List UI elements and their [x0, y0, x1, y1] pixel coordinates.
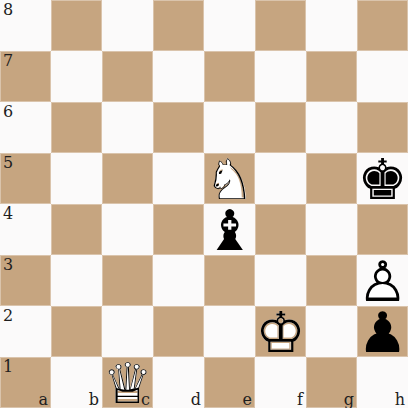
rank-label-7: 7 — [3, 51, 13, 70]
file-label-b: b — [89, 390, 99, 408]
square-e8[interactable] — [204, 0, 255, 51]
square-a5[interactable]: 5 — [0, 153, 51, 204]
square-a2[interactable]: 2 — [0, 306, 51, 357]
square-d4[interactable] — [153, 204, 204, 255]
square-g8[interactable] — [306, 0, 357, 51]
square-a8[interactable]: 8 — [0, 0, 51, 51]
square-h1[interactable]: h — [357, 357, 408, 408]
black-bishop[interactable]: ♝ — [204, 204, 255, 255]
piece-glyph: ♝ — [204, 205, 255, 256]
square-g4[interactable] — [306, 204, 357, 255]
square-g1[interactable]: g — [306, 357, 357, 408]
square-h5[interactable]: ♚ — [357, 153, 408, 204]
square-b5[interactable] — [51, 153, 102, 204]
file-label-a: a — [38, 390, 48, 408]
square-e3[interactable] — [204, 255, 255, 306]
square-h3[interactable]: ♟♙ — [357, 255, 408, 306]
file-label-e: e — [243, 390, 252, 408]
white-king[interactable]: ♚♔ — [255, 306, 306, 357]
square-g5[interactable] — [306, 153, 357, 204]
piece-glyph: ♟ — [357, 307, 408, 358]
square-f6[interactable] — [255, 102, 306, 153]
square-g7[interactable] — [306, 51, 357, 102]
square-h6[interactable] — [357, 102, 408, 153]
square-b8[interactable] — [51, 0, 102, 51]
piece-glyph: ♚ — [357, 154, 408, 205]
square-b1[interactable]: b — [51, 357, 102, 408]
square-b4[interactable] — [51, 204, 102, 255]
rank-label-3: 3 — [3, 255, 13, 274]
square-d1[interactable]: d — [153, 357, 204, 408]
black-king[interactable]: ♚ — [357, 153, 408, 204]
square-c6[interactable] — [102, 102, 153, 153]
square-g2[interactable] — [306, 306, 357, 357]
chess-board: 8765♞♘♚4♝3♟♙2♚♔♟1abc♛♕defgh — [0, 0, 408, 408]
square-b3[interactable] — [51, 255, 102, 306]
square-f3[interactable] — [255, 255, 306, 306]
rank-label-5: 5 — [3, 153, 13, 172]
square-d2[interactable] — [153, 306, 204, 357]
square-e7[interactable] — [204, 51, 255, 102]
square-c5[interactable] — [102, 153, 153, 204]
white-queen[interactable]: ♛♕ — [102, 357, 153, 408]
piece-outline-glyph: ♔ — [255, 307, 306, 358]
square-f4[interactable] — [255, 204, 306, 255]
file-label-h: h — [395, 390, 405, 408]
square-g3[interactable] — [306, 255, 357, 306]
square-e6[interactable] — [204, 102, 255, 153]
square-f2[interactable]: ♚♔ — [255, 306, 306, 357]
square-c7[interactable] — [102, 51, 153, 102]
piece-outline-glyph: ♕ — [102, 358, 153, 408]
rank-label-1: 1 — [3, 357, 13, 376]
square-a7[interactable]: 7 — [0, 51, 51, 102]
square-a3[interactable]: 3 — [0, 255, 51, 306]
file-label-f: f — [297, 390, 303, 408]
file-label-g: g — [344, 390, 354, 408]
square-e5[interactable]: ♞♘ — [204, 153, 255, 204]
square-h4[interactable] — [357, 204, 408, 255]
black-pawn[interactable]: ♟ — [357, 306, 408, 357]
square-c1[interactable]: c♛♕ — [102, 357, 153, 408]
square-f7[interactable] — [255, 51, 306, 102]
square-h7[interactable] — [357, 51, 408, 102]
square-c4[interactable] — [102, 204, 153, 255]
square-h8[interactable] — [357, 0, 408, 51]
square-c3[interactable] — [102, 255, 153, 306]
rank-label-2: 2 — [3, 306, 13, 325]
white-pawn[interactable]: ♟♙ — [357, 255, 408, 306]
rank-label-4: 4 — [3, 204, 13, 223]
file-label-d: d — [191, 390, 201, 408]
square-f8[interactable] — [255, 0, 306, 51]
square-e1[interactable]: e — [204, 357, 255, 408]
square-c2[interactable] — [102, 306, 153, 357]
square-e4[interactable]: ♝ — [204, 204, 255, 255]
white-knight[interactable]: ♞♘ — [204, 153, 255, 204]
square-f1[interactable]: f — [255, 357, 306, 408]
square-b2[interactable] — [51, 306, 102, 357]
square-f5[interactable] — [255, 153, 306, 204]
rank-label-8: 8 — [3, 0, 13, 19]
square-c8[interactable] — [102, 0, 153, 51]
square-b7[interactable] — [51, 51, 102, 102]
square-g6[interactable] — [306, 102, 357, 153]
square-a4[interactable]: 4 — [0, 204, 51, 255]
square-d8[interactable] — [153, 0, 204, 51]
square-d3[interactable] — [153, 255, 204, 306]
square-d7[interactable] — [153, 51, 204, 102]
rank-label-6: 6 — [3, 102, 13, 121]
square-e2[interactable] — [204, 306, 255, 357]
square-a1[interactable]: 1a — [0, 357, 51, 408]
square-h2[interactable]: ♟ — [357, 306, 408, 357]
square-b6[interactable] — [51, 102, 102, 153]
square-a6[interactable]: 6 — [0, 102, 51, 153]
square-d5[interactable] — [153, 153, 204, 204]
square-d6[interactable] — [153, 102, 204, 153]
